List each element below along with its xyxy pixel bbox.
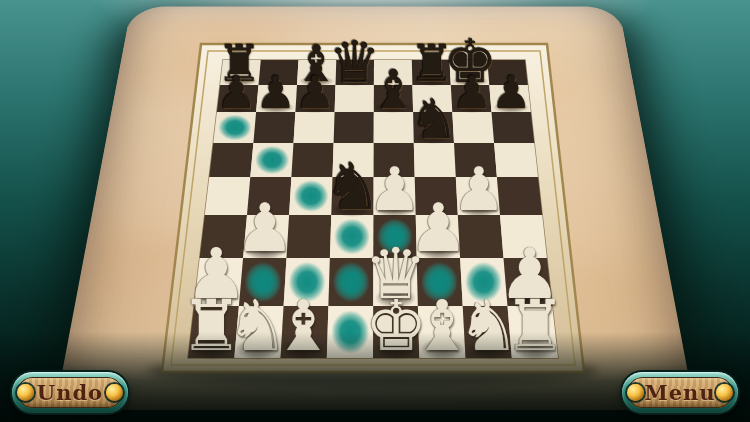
move-hint-b5[interactable] <box>255 146 289 175</box>
piece-black-knight-f6[interactable]: ♞ <box>379 92 489 147</box>
menu-button[interactable]: Menu <box>622 372 738 413</box>
square-a5[interactable] <box>209 143 253 177</box>
undo-button[interactable]: Undo <box>12 372 128 413</box>
undo-button-label: Undo <box>12 372 128 413</box>
menu-button-label: Menu <box>622 372 738 413</box>
chess-app-screen: ♜♝♛♜♚♟♟♟♝♟♟♞♞♟♟♟♟♟♛♟♜♞♝♚♝♞♜ Undo Menu <box>0 0 750 422</box>
